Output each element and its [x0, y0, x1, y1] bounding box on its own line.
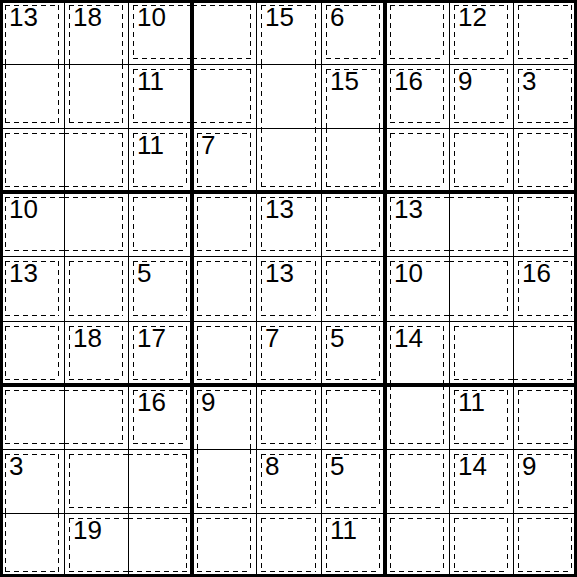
cell-r1c9[interactable] [513, 0, 577, 64]
cage-border [390, 443, 444, 444]
cage-border [443, 69, 444, 123]
cage-border [122, 64, 123, 123]
cage-border [390, 518, 444, 519]
cage-border [5, 454, 6, 513]
cage-border [197, 379, 251, 380]
cage-sum-label: 8 [265, 452, 279, 481]
cell-r8c4[interactable] [192, 449, 256, 513]
cage-border [571, 133, 572, 187]
cage-border [5, 390, 6, 444]
cage-border [390, 122, 444, 123]
cage-border [454, 379, 513, 380]
cell-r8c2[interactable] [64, 449, 128, 513]
cage-border [133, 390, 134, 444]
cage-border [5, 133, 64, 134]
cage-border [315, 261, 316, 316]
cell-r2c6[interactable]: 15 [321, 64, 385, 128]
cage-sum-label: 9 [522, 452, 536, 481]
cage-border [443, 385, 444, 444]
cell-r8c5[interactable]: 8 [256, 449, 321, 513]
cage-border [133, 261, 134, 316]
cage-sum-label: 13 [9, 259, 38, 288]
cage-border [390, 133, 444, 134]
cell-r7c9[interactable] [513, 385, 577, 449]
cell-r7c1[interactable] [0, 385, 64, 449]
cell-r9c4[interactable] [192, 513, 256, 577]
cage-border [261, 315, 316, 316]
cage-border [69, 518, 70, 572]
cell-r1c3[interactable]: 10 [128, 0, 192, 64]
cell-r3c1[interactable] [0, 128, 64, 192]
cage-border [261, 571, 316, 572]
grid-line-vertical [513, 0, 514, 577]
grid-line-horizontal [0, 0, 577, 3]
cell-r8c1[interactable]: 3 [0, 449, 64, 513]
cage-border [261, 186, 316, 187]
cage-border [197, 326, 251, 327]
cage-border [315, 5, 316, 64]
cage-border [390, 69, 391, 123]
cage-border [64, 186, 123, 187]
cage-border [454, 133, 455, 187]
cell-r6c4[interactable] [192, 321, 256, 385]
cage-border [379, 5, 380, 59]
cell-r1c6[interactable]: 6 [321, 0, 385, 64]
cage-border [326, 443, 380, 444]
cage-border [197, 326, 198, 380]
cage-border [454, 507, 508, 508]
cell-r6c6[interactable]: 5 [321, 321, 385, 385]
cell-r4c3[interactable] [128, 192, 192, 256]
cage-border [379, 454, 380, 508]
cage-border [443, 518, 444, 572]
cage-border [128, 571, 187, 572]
cell-r7c6[interactable] [321, 385, 385, 449]
cage-border [5, 571, 59, 572]
cage-border [326, 261, 327, 316]
cell-r2c4[interactable] [192, 64, 256, 128]
grid-line-vertical [0, 0, 3, 577]
cell-r9c2[interactable]: 19 [64, 513, 128, 577]
cage-border [379, 518, 380, 572]
cage-border [58, 326, 59, 380]
cage-border [390, 58, 444, 59]
cage-border [513, 379, 572, 380]
cage-border [261, 518, 262, 572]
cell-r1c7[interactable] [385, 0, 449, 64]
cage-sum-label: 10 [394, 259, 423, 288]
cell-r3c8[interactable] [449, 128, 513, 192]
cage-border [64, 443, 123, 444]
cage-border [518, 5, 572, 6]
cage-border [315, 518, 316, 572]
cage-border [192, 69, 251, 70]
cage-border [5, 250, 64, 251]
cage-border [379, 390, 380, 444]
cage-border [197, 518, 251, 519]
cage-border [390, 326, 391, 385]
cage-border [5, 261, 6, 316]
cell-r5c5[interactable]: 13 [256, 256, 321, 321]
cage-border [326, 261, 380, 262]
cage-sum-label: 13 [9, 3, 38, 32]
cell-r7c5[interactable] [256, 385, 321, 449]
cage-border [64, 133, 123, 134]
cage-border [390, 385, 391, 444]
cell-r5c2[interactable] [64, 256, 128, 321]
cage-border [197, 197, 251, 198]
cage-border [261, 261, 262, 316]
cage-border [518, 186, 572, 187]
cell-r3c2[interactable] [64, 128, 128, 192]
cage-border [128, 454, 187, 455]
cage-border [449, 250, 508, 251]
cage-sum-label: 15 [330, 67, 359, 96]
cage-border [443, 326, 444, 385]
cage-border [518, 518, 572, 519]
cage-border [69, 507, 128, 508]
cage-border [454, 186, 508, 187]
cage-sum-label: 9 [201, 388, 215, 417]
cage-border [326, 315, 380, 316]
cell-r4c8[interactable] [449, 192, 513, 256]
grid-line-vertical [64, 0, 65, 577]
cage-border [507, 69, 508, 123]
cage-border [326, 390, 327, 444]
cage-border [133, 186, 187, 187]
cage-border [5, 64, 6, 123]
cage-border [261, 390, 316, 391]
cell-r9c5[interactable] [256, 513, 321, 577]
cage-border [518, 133, 572, 134]
cage-border [326, 326, 327, 380]
cage-sum-label: 12 [458, 3, 487, 32]
cage-border [518, 122, 572, 123]
cell-r1c8[interactable]: 12 [449, 0, 513, 64]
cage-border [449, 261, 508, 262]
cage-sum-label: 14 [458, 452, 487, 481]
cell-r1c5[interactable]: 15 [256, 0, 321, 64]
cage-border [186, 261, 187, 316]
cage-border [507, 261, 508, 316]
cell-r6c1[interactable] [0, 321, 64, 385]
cell-r3c7[interactable] [385, 128, 449, 192]
cage-border [250, 449, 251, 508]
cell-r9c7[interactable] [385, 513, 449, 577]
cell-r5c1[interactable]: 13 [0, 256, 64, 321]
cell-r5c3[interactable]: 5 [128, 256, 192, 321]
cage-border [250, 5, 251, 59]
cage-border [133, 315, 187, 316]
cage-border [454, 518, 455, 572]
cell-r4c5[interactable]: 13 [256, 192, 321, 256]
grid-line-horizontal [0, 128, 577, 129]
cell-r8c8[interactable]: 14 [449, 449, 513, 513]
cage-border [390, 250, 449, 251]
cage-border [5, 315, 59, 316]
cage-border [390, 454, 391, 508]
cage-border [326, 250, 380, 251]
cage-sum-label: 13 [265, 259, 294, 288]
cage-sum-label: 7 [265, 324, 279, 353]
grid-line-horizontal [0, 64, 577, 65]
cage-sum-label: 7 [201, 131, 215, 160]
cage-border [518, 250, 572, 251]
cage-border [518, 5, 519, 59]
grid-line-vertical [256, 0, 257, 577]
cage-border [69, 315, 123, 316]
cage-border [58, 513, 59, 572]
cage-border [5, 443, 64, 444]
cage-border [133, 133, 134, 187]
cage-sum-label: 17 [137, 324, 166, 353]
cell-r9c1[interactable] [0, 513, 64, 577]
cell-r9c3[interactable] [128, 513, 192, 577]
cell-r4c1[interactable]: 10 [0, 192, 64, 256]
cage-border [454, 326, 513, 327]
cage-sum-label: 6 [330, 3, 344, 32]
cell-r8c3[interactable] [128, 449, 192, 513]
cage-border [443, 133, 444, 187]
cell-r5c8[interactable] [449, 256, 513, 321]
cage-border [5, 133, 6, 187]
cage-border [122, 390, 123, 444]
cage-border [197, 261, 251, 262]
cell-r8c6[interactable]: 5 [321, 449, 385, 513]
cage-border [507, 390, 508, 444]
cell-r2c7[interactable]: 16 [385, 64, 449, 128]
cage-border [250, 261, 251, 316]
cell-r6c2[interactable]: 18 [64, 321, 128, 385]
cage-border [518, 261, 519, 316]
cage-border [69, 261, 123, 262]
cage-border [186, 197, 187, 251]
cage-border [315, 197, 316, 251]
cell-r2c1[interactable] [0, 64, 64, 128]
cage-sum-label: 9 [458, 67, 472, 96]
cell-r8c7[interactable] [385, 449, 449, 513]
cage-border [326, 571, 380, 572]
cage-border [454, 133, 508, 134]
cage-sum-label: 5 [137, 259, 151, 288]
cell-r2c2[interactable] [64, 64, 128, 128]
cell-r4c2[interactable] [64, 192, 128, 256]
cage-border [571, 454, 572, 508]
cage-border [518, 571, 572, 572]
cage-border [261, 454, 262, 508]
cell-r9c9[interactable] [513, 513, 577, 577]
cell-r1c1[interactable]: 13 [0, 0, 64, 64]
cell-r5c4[interactable] [192, 256, 256, 321]
cell-r2c3[interactable]: 11 [128, 64, 192, 128]
cage-border [518, 197, 572, 198]
cage-border [69, 5, 70, 64]
cage-border [507, 5, 508, 59]
cage-border [326, 197, 327, 251]
cell-r7c4[interactable]: 9 [192, 385, 256, 449]
grid-line-vertical [449, 0, 450, 577]
cage-border [454, 571, 508, 572]
cage-border [58, 261, 59, 316]
cage-border [69, 261, 70, 316]
cage-border [5, 390, 64, 391]
cage-border [261, 518, 316, 519]
cage-border [571, 518, 572, 572]
cell-r9c8[interactable] [449, 513, 513, 577]
cage-sum-label: 3 [9, 452, 23, 481]
cage-border [454, 58, 508, 59]
cage-sum-label: 5 [330, 324, 344, 353]
cage-border [379, 197, 380, 251]
grid-line-horizontal [0, 383, 577, 387]
cell-r6c3[interactable]: 17 [128, 321, 192, 385]
cage-sum-label: 11 [137, 67, 164, 96]
cell-r5c9[interactable]: 16 [513, 256, 577, 321]
cage-border [518, 197, 519, 251]
cage-border [379, 69, 380, 128]
cell-r6c9[interactable] [513, 321, 577, 385]
cage-border [5, 186, 64, 187]
cage-border [197, 390, 198, 449]
cell-r6c7[interactable]: 14 [385, 321, 449, 385]
cage-border [64, 250, 123, 251]
cage-border [261, 443, 316, 444]
cage-border [454, 443, 508, 444]
cage-border [390, 133, 391, 187]
cage-border [390, 571, 444, 572]
cage-border [326, 454, 327, 508]
cage-sum-label: 10 [9, 195, 38, 224]
cell-r3c3[interactable]: 11 [128, 128, 192, 192]
cage-border [454, 5, 455, 59]
cell-r6c5[interactable]: 7 [256, 321, 321, 385]
cage-border [5, 379, 59, 380]
cage-border [571, 261, 572, 316]
cage-border [326, 197, 380, 198]
cage-border [5, 197, 6, 251]
cage-border [133, 197, 187, 198]
cell-r4c7[interactable]: 13 [385, 192, 449, 256]
cell-r8c9[interactable]: 9 [513, 449, 577, 513]
cage-border [443, 454, 444, 508]
cage-border [326, 390, 380, 391]
cage-border [518, 69, 519, 123]
cage-border [133, 197, 134, 251]
cell-r2c8[interactable]: 9 [449, 64, 513, 128]
cage-border [261, 250, 316, 251]
cell-r1c4[interactable] [192, 0, 256, 64]
cage-sum-label: 15 [265, 3, 294, 32]
cage-border [454, 69, 455, 123]
cage-border [133, 69, 134, 123]
cage-sum-label: 5 [330, 452, 344, 481]
cage-border [186, 454, 187, 508]
cell-r3c4[interactable]: 7 [192, 128, 256, 192]
cage-border [513, 326, 572, 327]
grid-line-vertical [383, 0, 387, 577]
cage-border [122, 197, 123, 251]
cell-r7c8[interactable]: 11 [449, 385, 513, 449]
cage-border [454, 390, 455, 444]
cell-r7c7[interactable] [385, 385, 449, 449]
cell-r7c3[interactable]: 16 [128, 385, 192, 449]
cage-border [507, 518, 508, 572]
cage-border [58, 64, 59, 123]
cage-border [390, 261, 391, 316]
cage-sum-label: 16 [137, 388, 166, 417]
cell-r5c7[interactable]: 10 [385, 256, 449, 321]
grid-line-horizontal [0, 190, 577, 194]
cage-border [315, 64, 316, 128]
cage-sum-label: 13 [265, 195, 294, 224]
cage-border [197, 449, 198, 508]
cell-r2c9[interactable]: 3 [513, 64, 577, 128]
cell-r3c9[interactable] [513, 128, 577, 192]
cage-border [58, 5, 59, 64]
cage-border [326, 507, 380, 508]
cage-border [315, 390, 316, 444]
cage-sum-label: 11 [330, 516, 357, 545]
cage-border [390, 186, 444, 187]
cell-r3c5[interactable] [256, 128, 321, 192]
cell-r4c4[interactable] [192, 192, 256, 256]
cage-border [250, 390, 251, 449]
cage-border [192, 58, 251, 59]
cell-r2c5[interactable] [256, 64, 321, 128]
cage-border [192, 122, 251, 123]
cage-border [379, 326, 380, 380]
cage-border [315, 128, 316, 187]
cage-sum-label: 16 [394, 67, 423, 96]
cage-border [5, 513, 6, 572]
cage-border [261, 390, 262, 444]
cage-border [250, 197, 251, 251]
cage-border [250, 326, 251, 380]
cage-border [518, 443, 572, 444]
cage-border [122, 5, 123, 64]
cell-r3c6[interactable] [321, 128, 385, 192]
cage-border [326, 186, 380, 187]
cage-border [197, 507, 251, 508]
cage-sum-label: 14 [394, 324, 423, 353]
cell-r7c2[interactable] [64, 385, 128, 449]
cage-sum-label: 18 [73, 3, 102, 32]
cage-border [507, 454, 508, 508]
cell-r9c6[interactable]: 11 [321, 513, 385, 577]
cell-r4c9[interactable] [513, 192, 577, 256]
cage-border [133, 379, 187, 380]
cage-border [128, 518, 187, 519]
cage-border [122, 326, 123, 380]
cage-border [186, 390, 187, 444]
cage-border [518, 454, 519, 508]
cage-border [518, 133, 519, 187]
cage-border [250, 69, 251, 123]
cell-r1c2[interactable]: 18 [64, 0, 128, 64]
cell-r4c6[interactable] [321, 192, 385, 256]
cage-border [571, 5, 572, 59]
cell-r5c6[interactable] [321, 256, 385, 321]
cage-border [128, 507, 187, 508]
cell-r6c8[interactable] [449, 321, 513, 385]
cage-border [379, 128, 380, 187]
cage-border [250, 133, 251, 187]
cage-border [261, 64, 262, 128]
cage-border [186, 518, 187, 572]
cage-border [133, 122, 192, 123]
cage-border [5, 326, 6, 380]
cage-border [261, 326, 262, 380]
